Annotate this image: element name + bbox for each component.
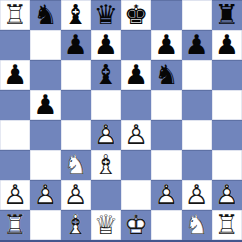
piece-white-bishop[interactable]: ♝♗	[94, 151, 118, 178]
square-a7[interactable]	[0, 30, 30, 60]
piece-white-pawn[interactable]: ♟♙	[33, 181, 57, 208]
bishop-outline: ♗	[94, 149, 118, 180]
piece-white-pawn[interactable]: ♟♙	[154, 181, 178, 208]
piece-black-pawn[interactable]: ♟	[215, 31, 239, 58]
queen-outline: ♕	[94, 209, 118, 240]
piece-white-knight[interactable]: ♞♘	[185, 211, 209, 238]
piece-white-queen[interactable]: ♛♕	[94, 211, 118, 238]
square-d1[interactable]: ♛♕	[91, 210, 121, 240]
rook-outline: ♖	[3, 209, 27, 240]
square-d3[interactable]: ♝♗	[91, 150, 121, 180]
square-f8[interactable]	[151, 0, 181, 30]
square-c1[interactable]: ♝♗	[61, 210, 91, 240]
piece-black-rook[interactable]: ♜	[215, 1, 239, 28]
square-e6[interactable]: ♟	[121, 60, 151, 90]
pawn-outline: ♙	[33, 179, 57, 210]
square-g2[interactable]: ♟♙	[182, 180, 212, 210]
knight-outline: ♘	[185, 209, 209, 240]
square-b8[interactable]: ♞	[30, 0, 60, 30]
square-b4[interactable]	[30, 120, 60, 150]
square-h5[interactable]	[212, 90, 242, 120]
piece-white-bishop[interactable]: ♝♗	[64, 211, 88, 238]
square-b3[interactable]	[30, 150, 60, 180]
square-e1[interactable]: ♚♔	[121, 210, 151, 240]
pawn-outline: ♙	[64, 179, 88, 210]
square-b1[interactable]	[30, 210, 60, 240]
square-e7[interactable]	[121, 30, 151, 60]
rook-outline: ♖	[215, 209, 239, 240]
piece-black-pawn[interactable]: ♟	[154, 31, 178, 58]
piece-white-rook[interactable]: ♜♖	[3, 211, 27, 238]
square-a6[interactable]: ♟	[0, 60, 30, 90]
rook-outline: ♖	[3, 0, 27, 30]
square-e5[interactable]	[121, 90, 151, 120]
square-h1[interactable]: ♜♖	[212, 210, 242, 240]
piece-black-knight[interactable]: ♞	[154, 61, 178, 88]
pawn-outline: ♙	[94, 119, 118, 150]
piece-black-queen[interactable]: ♛	[94, 1, 118, 28]
chess-board-frame: ♜♖♞♝♛♚♜♟♟♟♟♟♟♝♟♞♟♟♙♟♙♞♘♝♗♟♙♟♙♟♙♟♙♟♙♟♙♜♖♝…	[0, 0, 242, 242]
piece-black-pawn[interactable]: ♟	[124, 61, 148, 88]
square-g6[interactable]	[182, 60, 212, 90]
piece-black-pawn[interactable]: ♟	[94, 31, 118, 58]
square-h3[interactable]	[212, 150, 242, 180]
piece-black-bishop[interactable]: ♝	[94, 61, 118, 88]
square-g3[interactable]	[182, 150, 212, 180]
square-b7[interactable]	[30, 30, 60, 60]
piece-black-pawn[interactable]: ♟	[185, 31, 209, 58]
square-e4[interactable]: ♟♙	[121, 120, 151, 150]
square-d7[interactable]: ♟	[91, 30, 121, 60]
piece-white-pawn[interactable]: ♟♙	[185, 181, 209, 208]
square-d5[interactable]	[91, 90, 121, 120]
square-c4[interactable]	[61, 120, 91, 150]
square-f3[interactable]	[151, 150, 181, 180]
square-e2[interactable]	[121, 180, 151, 210]
square-a2[interactable]: ♟♙	[0, 180, 30, 210]
square-c2[interactable]: ♟♙	[61, 180, 91, 210]
pawn-outline: ♙	[124, 119, 148, 150]
square-a1[interactable]: ♜♖	[0, 210, 30, 240]
square-a8[interactable]: ♜♖	[0, 0, 30, 30]
square-g5[interactable]	[182, 90, 212, 120]
piece-black-pawn[interactable]: ♟	[3, 61, 27, 88]
pawn-outline: ♙	[185, 179, 209, 210]
piece-white-pawn[interactable]: ♟♙	[215, 181, 239, 208]
square-a5[interactable]	[0, 90, 30, 120]
piece-white-rook[interactable]: ♜♖	[215, 211, 239, 238]
square-f7[interactable]: ♟	[151, 30, 181, 60]
square-g1[interactable]: ♞♘	[182, 210, 212, 240]
square-f5[interactable]	[151, 90, 181, 120]
square-a3[interactable]	[0, 150, 30, 180]
bishop-outline: ♗	[64, 209, 88, 240]
square-f6[interactable]: ♞	[151, 60, 181, 90]
piece-white-pawn[interactable]: ♟♙	[64, 181, 88, 208]
square-g8[interactable]	[182, 0, 212, 30]
square-h6[interactable]	[212, 60, 242, 90]
square-d2[interactable]	[91, 180, 121, 210]
piece-black-pawn[interactable]: ♟	[33, 91, 57, 118]
square-h8[interactable]: ♜	[212, 0, 242, 30]
square-b2[interactable]: ♟♙	[30, 180, 60, 210]
piece-white-pawn[interactable]: ♟♙	[94, 121, 118, 148]
chess-board: ♜♖♞♝♛♚♜♟♟♟♟♟♟♝♟♞♟♟♙♟♙♞♘♝♗♟♙♟♙♟♙♟♙♟♙♟♙♜♖♝…	[0, 0, 242, 240]
knight-outline: ♘	[64, 149, 88, 180]
square-c8[interactable]: ♝	[61, 0, 91, 30]
square-h2[interactable]: ♟♙	[212, 180, 242, 210]
square-g7[interactable]: ♟	[182, 30, 212, 60]
piece-white-pawn[interactable]: ♟♙	[124, 121, 148, 148]
square-e8[interactable]: ♚	[121, 0, 151, 30]
king-outline: ♔	[124, 209, 148, 240]
piece-white-pawn[interactable]: ♟♙	[3, 181, 27, 208]
square-f2[interactable]: ♟♙	[151, 180, 181, 210]
pawn-outline: ♙	[154, 179, 178, 210]
square-e3[interactable]	[121, 150, 151, 180]
square-c5[interactable]	[61, 90, 91, 120]
piece-black-bishop[interactable]: ♝	[64, 1, 88, 28]
square-a4[interactable]	[0, 120, 30, 150]
square-c7[interactable]: ♟	[61, 30, 91, 60]
square-f4[interactable]	[151, 120, 181, 150]
square-h4[interactable]	[212, 120, 242, 150]
square-c6[interactable]	[61, 60, 91, 90]
piece-white-king[interactable]: ♚♔	[124, 211, 148, 238]
piece-black-pawn[interactable]: ♟	[64, 31, 88, 58]
square-b6[interactable]	[30, 60, 60, 90]
square-h7[interactable]: ♟	[212, 30, 242, 60]
piece-white-rook[interactable]: ♜♖	[3, 1, 27, 28]
square-b5[interactable]: ♟	[30, 90, 60, 120]
piece-black-knight[interactable]: ♞	[33, 1, 57, 28]
square-d8[interactable]: ♛	[91, 0, 121, 30]
square-f1[interactable]	[151, 210, 181, 240]
square-d6[interactable]: ♝	[91, 60, 121, 90]
pawn-outline: ♙	[3, 179, 27, 210]
square-g4[interactable]	[182, 120, 212, 150]
piece-black-king[interactable]: ♚	[124, 1, 148, 28]
piece-white-knight[interactable]: ♞♘	[64, 151, 88, 178]
square-c3[interactable]: ♞♘	[61, 150, 91, 180]
square-d4[interactable]: ♟♙	[91, 120, 121, 150]
pawn-outline: ♙	[215, 179, 239, 210]
